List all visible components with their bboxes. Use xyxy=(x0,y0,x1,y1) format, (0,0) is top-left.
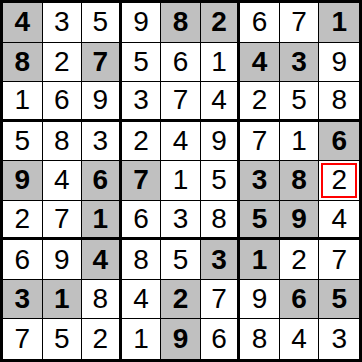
cell-r6c8[interactable]: 9 xyxy=(280,201,320,241)
cell-r4c5[interactable]: 4 xyxy=(161,122,201,162)
cell-r5c6[interactable]: 5 xyxy=(201,161,241,201)
cell-r8c1[interactable]: 3 xyxy=(3,280,43,320)
cell-r8c8[interactable]: 6 xyxy=(280,280,320,320)
cell-r1c6[interactable]: 2 xyxy=(201,3,241,43)
cell-r6c5[interactable]: 3 xyxy=(161,201,201,241)
cell-r7c7[interactable]: 1 xyxy=(240,240,280,280)
sudoku-board: 4359826718275614391693742585832497169467… xyxy=(0,0,362,362)
selected-cell-ring xyxy=(321,163,357,198)
cell-r8c2[interactable]: 1 xyxy=(43,280,83,320)
cell-r1c3[interactable]: 5 xyxy=(82,3,122,43)
cell-r2c7[interactable]: 4 xyxy=(240,43,280,83)
cell-r4c1[interactable]: 5 xyxy=(3,122,43,162)
cell-r3c7[interactable]: 2 xyxy=(240,82,280,122)
cell-r9c5[interactable]: 9 xyxy=(161,319,201,359)
cell-r3c3[interactable]: 9 xyxy=(82,82,122,122)
cell-r1c4[interactable]: 9 xyxy=(122,3,162,43)
cell-r2c1[interactable]: 8 xyxy=(3,43,43,83)
cell-r2c9[interactable]: 9 xyxy=(319,43,359,83)
cell-r9c6[interactable]: 6 xyxy=(201,319,241,359)
cell-r4c4[interactable]: 2 xyxy=(122,122,162,162)
cell-r2c8[interactable]: 3 xyxy=(280,43,320,83)
cell-r1c7[interactable]: 6 xyxy=(240,3,280,43)
cell-r8c6[interactable]: 7 xyxy=(201,280,241,320)
cell-r8c3[interactable]: 8 xyxy=(82,280,122,320)
cell-r6c4[interactable]: 6 xyxy=(122,201,162,241)
cell-r2c5[interactable]: 6 xyxy=(161,43,201,83)
cell-r4c3[interactable]: 3 xyxy=(82,122,122,162)
cell-r6c7[interactable]: 5 xyxy=(240,201,280,241)
cell-r5c1[interactable]: 9 xyxy=(3,161,43,201)
cell-r9c8[interactable]: 4 xyxy=(280,319,320,359)
cell-r2c2[interactable]: 2 xyxy=(43,43,83,83)
cell-r6c1[interactable]: 2 xyxy=(3,201,43,241)
cell-r5c4[interactable]: 7 xyxy=(122,161,162,201)
cell-r8c9[interactable]: 5 xyxy=(319,280,359,320)
cell-r2c3[interactable]: 7 xyxy=(82,43,122,83)
cell-r7c8[interactable]: 2 xyxy=(280,240,320,280)
cell-r7c4[interactable]: 8 xyxy=(122,240,162,280)
cell-r8c7[interactable]: 9 xyxy=(240,280,280,320)
cell-r7c1[interactable]: 6 xyxy=(3,240,43,280)
cell-r8c5[interactable]: 2 xyxy=(161,280,201,320)
cell-r8c4[interactable]: 4 xyxy=(122,280,162,320)
cell-r9c1[interactable]: 7 xyxy=(3,319,43,359)
cell-r3c8[interactable]: 5 xyxy=(280,82,320,122)
cell-r2c4[interactable]: 5 xyxy=(122,43,162,83)
cell-r1c2[interactable]: 3 xyxy=(43,3,83,43)
cell-r7c6[interactable]: 3 xyxy=(201,240,241,280)
cell-r7c2[interactable]: 9 xyxy=(43,240,83,280)
cell-r9c7[interactable]: 8 xyxy=(240,319,280,359)
cell-r9c9[interactable]: 3 xyxy=(319,319,359,359)
cell-r4c9[interactable]: 6 xyxy=(319,122,359,162)
cell-r5c2[interactable]: 4 xyxy=(43,161,83,201)
cell-r9c4[interactable]: 1 xyxy=(122,319,162,359)
cell-r2c6[interactable]: 1 xyxy=(201,43,241,83)
cell-r4c2[interactable]: 8 xyxy=(43,122,83,162)
cell-r3c2[interactable]: 6 xyxy=(43,82,83,122)
cell-r1c8[interactable]: 7 xyxy=(280,3,320,43)
cell-r4c7[interactable]: 7 xyxy=(240,122,280,162)
cell-r5c7[interactable]: 3 xyxy=(240,161,280,201)
cell-r4c8[interactable]: 1 xyxy=(280,122,320,162)
cell-r4c6[interactable]: 9 xyxy=(201,122,241,162)
cell-r3c4[interactable]: 3 xyxy=(122,82,162,122)
cell-r7c9[interactable]: 7 xyxy=(319,240,359,280)
cell-r9c3[interactable]: 2 xyxy=(82,319,122,359)
cell-r3c9[interactable]: 8 xyxy=(319,82,359,122)
cell-r3c1[interactable]: 1 xyxy=(3,82,43,122)
cell-r3c5[interactable]: 7 xyxy=(161,82,201,122)
cell-r5c5[interactable]: 1 xyxy=(161,161,201,201)
cell-r1c1[interactable]: 4 xyxy=(3,3,43,43)
cell-r6c9[interactable]: 4 xyxy=(319,201,359,241)
cell-r5c8[interactable]: 8 xyxy=(280,161,320,201)
cell-r6c3[interactable]: 1 xyxy=(82,201,122,241)
cell-r5c9[interactable]: 2 xyxy=(319,161,359,201)
cell-r9c2[interactable]: 5 xyxy=(43,319,83,359)
cell-r1c9[interactable]: 1 xyxy=(319,3,359,43)
cell-r6c6[interactable]: 8 xyxy=(201,201,241,241)
cell-r1c5[interactable]: 8 xyxy=(161,3,201,43)
cell-r7c3[interactable]: 4 xyxy=(82,240,122,280)
cell-r5c3[interactable]: 6 xyxy=(82,161,122,201)
cell-r3c6[interactable]: 4 xyxy=(201,82,241,122)
cell-r7c5[interactable]: 5 xyxy=(161,240,201,280)
cell-r6c2[interactable]: 7 xyxy=(43,201,83,241)
